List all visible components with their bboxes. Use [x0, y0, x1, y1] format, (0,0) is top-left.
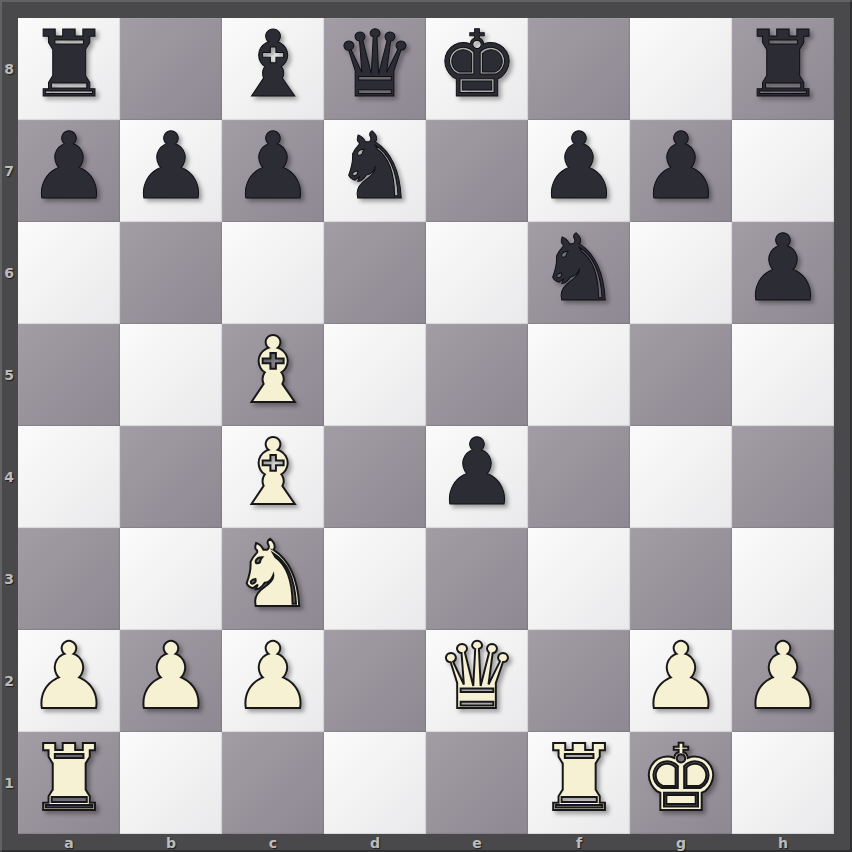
piece-black-pawn[interactable]: ♟ [742, 223, 824, 315]
piece-black-king[interactable]: ♚ [436, 19, 518, 111]
square-e1[interactable] [426, 732, 528, 834]
file-label-b: b [120, 834, 222, 852]
square-g3[interactable] [630, 528, 732, 630]
square-e5[interactable] [426, 324, 528, 426]
square-a2[interactable]: ♟ [18, 630, 120, 732]
piece-black-pawn[interactable]: ♟ [28, 121, 110, 213]
square-e4[interactable]: ♟ [426, 426, 528, 528]
square-d7[interactable]: ♞ [324, 120, 426, 222]
square-c6[interactable] [222, 222, 324, 324]
square-h5[interactable] [732, 324, 834, 426]
square-f8[interactable] [528, 18, 630, 120]
square-a3[interactable] [18, 528, 120, 630]
square-d6[interactable] [324, 222, 426, 324]
square-b3[interactable] [120, 528, 222, 630]
square-c1[interactable] [222, 732, 324, 834]
square-d2[interactable] [324, 630, 426, 732]
piece-white-pawn[interactable]: ♟ [130, 631, 212, 723]
square-h4[interactable] [732, 426, 834, 528]
chess-board: ♜♝♛♚♜♟♟♟♞♟♟♞♟♝♝♟♞♟♟♟♛♟♟♜♜♚ 87654321 abcd… [0, 0, 852, 852]
board-squares: ♜♝♛♚♜♟♟♟♞♟♟♞♟♝♝♟♞♟♟♟♛♟♟♜♜♚ [18, 18, 834, 834]
square-f7[interactable]: ♟ [528, 120, 630, 222]
square-d5[interactable] [324, 324, 426, 426]
file-label-d: d [324, 834, 426, 852]
rank-label-7: 7 [0, 120, 18, 222]
square-f3[interactable] [528, 528, 630, 630]
square-a7[interactable]: ♟ [18, 120, 120, 222]
piece-white-pawn[interactable]: ♟ [28, 631, 110, 723]
piece-black-pawn[interactable]: ♟ [130, 121, 212, 213]
piece-black-rook[interactable]: ♜ [742, 19, 824, 111]
square-a8[interactable]: ♜ [18, 18, 120, 120]
square-b6[interactable] [120, 222, 222, 324]
piece-white-rook[interactable]: ♜ [28, 733, 110, 825]
square-f2[interactable] [528, 630, 630, 732]
piece-black-pawn[interactable]: ♟ [232, 121, 314, 213]
piece-white-pawn[interactable]: ♟ [232, 631, 314, 723]
square-g2[interactable]: ♟ [630, 630, 732, 732]
square-h7[interactable] [732, 120, 834, 222]
square-a1[interactable]: ♜ [18, 732, 120, 834]
square-g6[interactable] [630, 222, 732, 324]
square-b4[interactable] [120, 426, 222, 528]
square-d8[interactable]: ♛ [324, 18, 426, 120]
file-label-g: g [630, 834, 732, 852]
square-e6[interactable] [426, 222, 528, 324]
piece-white-bishop[interactable]: ♝ [232, 427, 314, 519]
rank-label-6: 6 [0, 222, 18, 324]
piece-white-knight[interactable]: ♞ [232, 529, 314, 621]
square-h6[interactable]: ♟ [732, 222, 834, 324]
piece-white-bishop[interactable]: ♝ [232, 325, 314, 417]
piece-black-knight[interactable]: ♞ [334, 121, 416, 213]
rank-label-2: 2 [0, 630, 18, 732]
square-f1[interactable]: ♜ [528, 732, 630, 834]
square-c5[interactable]: ♝ [222, 324, 324, 426]
square-d1[interactable] [324, 732, 426, 834]
piece-black-queen[interactable]: ♛ [334, 19, 416, 111]
piece-white-king[interactable]: ♚ [640, 733, 722, 825]
square-g7[interactable]: ♟ [630, 120, 732, 222]
piece-white-pawn[interactable]: ♟ [640, 631, 722, 723]
square-f4[interactable] [528, 426, 630, 528]
square-d4[interactable] [324, 426, 426, 528]
square-c8[interactable]: ♝ [222, 18, 324, 120]
rank-labels: 87654321 [0, 18, 18, 834]
square-d3[interactable] [324, 528, 426, 630]
square-h8[interactable]: ♜ [732, 18, 834, 120]
file-label-h: h [732, 834, 834, 852]
square-b2[interactable]: ♟ [120, 630, 222, 732]
square-b5[interactable] [120, 324, 222, 426]
rank-label-8: 8 [0, 18, 18, 120]
square-e8[interactable]: ♚ [426, 18, 528, 120]
square-b7[interactable]: ♟ [120, 120, 222, 222]
square-b8[interactable] [120, 18, 222, 120]
square-e7[interactable] [426, 120, 528, 222]
piece-black-knight[interactable]: ♞ [538, 223, 620, 315]
square-g8[interactable] [630, 18, 732, 120]
square-f5[interactable] [528, 324, 630, 426]
square-h1[interactable] [732, 732, 834, 834]
piece-black-pawn[interactable]: ♟ [538, 121, 620, 213]
rank-label-3: 3 [0, 528, 18, 630]
square-b1[interactable] [120, 732, 222, 834]
file-label-e: e [426, 834, 528, 852]
file-label-f: f [528, 834, 630, 852]
square-c7[interactable]: ♟ [222, 120, 324, 222]
rank-label-4: 4 [0, 426, 18, 528]
rank-label-1: 1 [0, 732, 18, 834]
piece-white-pawn[interactable]: ♟ [742, 631, 824, 723]
square-g5[interactable] [630, 324, 732, 426]
piece-black-pawn[interactable]: ♟ [436, 427, 518, 519]
square-e2[interactable]: ♛ [426, 630, 528, 732]
file-label-a: a [18, 834, 120, 852]
square-a6[interactable] [18, 222, 120, 324]
rank-label-5: 5 [0, 324, 18, 426]
square-c3[interactable]: ♞ [222, 528, 324, 630]
file-labels: abcdefgh [18, 834, 834, 852]
square-a4[interactable] [18, 426, 120, 528]
square-a5[interactable] [18, 324, 120, 426]
square-f6[interactable]: ♞ [528, 222, 630, 324]
piece-black-pawn[interactable]: ♟ [640, 121, 722, 213]
square-h3[interactable] [732, 528, 834, 630]
square-g1[interactable]: ♚ [630, 732, 732, 834]
piece-black-bishop[interactable]: ♝ [232, 19, 314, 111]
file-label-c: c [222, 834, 324, 852]
square-e3[interactable] [426, 528, 528, 630]
piece-white-queen[interactable]: ♛ [436, 631, 518, 723]
square-h2[interactable]: ♟ [732, 630, 834, 732]
square-c4[interactable]: ♝ [222, 426, 324, 528]
piece-white-rook[interactable]: ♜ [538, 733, 620, 825]
square-g4[interactable] [630, 426, 732, 528]
piece-black-rook[interactable]: ♜ [28, 19, 110, 111]
square-c2[interactable]: ♟ [222, 630, 324, 732]
